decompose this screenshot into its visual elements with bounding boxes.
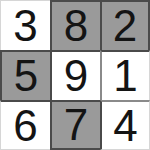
cell-r2c0: 6 [0, 100, 50, 150]
cell-r2c1: 7 [50, 100, 100, 150]
cell-r2c2: 4 [100, 100, 150, 150]
cell-r0c0: 3 [0, 0, 50, 50]
cell-r0c2: 2 [100, 0, 150, 50]
cell-r1c0: 5 [0, 50, 50, 100]
puzzle-board: 382591674 [0, 0, 150, 150]
cell-r1c1: 9 [50, 50, 100, 100]
cell-r0c1: 8 [50, 0, 100, 50]
cell-r1c2: 1 [100, 50, 150, 100]
